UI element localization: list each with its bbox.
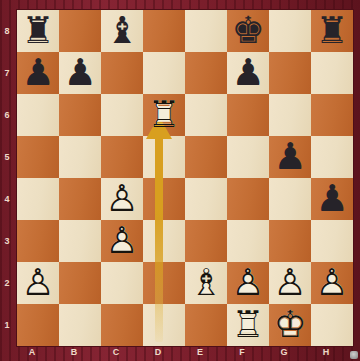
rook-glyph: ♜ — [17, 10, 59, 52]
square-b7[interactable]: ♟ — [59, 52, 101, 94]
file-label-e: E — [179, 346, 221, 359]
square-b1[interactable] — [59, 304, 101, 346]
square-h7[interactable] — [311, 52, 353, 94]
pawn-glyph: ♟ — [227, 52, 269, 94]
white-king-g1[interactable]: ♚♔ — [269, 304, 311, 346]
square-d5[interactable] — [143, 136, 185, 178]
square-f8[interactable]: ♚ — [227, 10, 269, 52]
square-e6[interactable] — [185, 94, 227, 136]
pawn-glyph: ♙ — [227, 262, 269, 304]
black-pawn-h4[interactable]: ♟ — [311, 178, 353, 220]
pawn-glyph: ♟ — [269, 136, 311, 178]
square-a7[interactable]: ♟ — [17, 52, 59, 94]
rook-glyph: ♜ — [311, 10, 353, 52]
square-h8[interactable]: ♜ — [311, 10, 353, 52]
square-c5[interactable] — [101, 136, 143, 178]
square-c1[interactable] — [101, 304, 143, 346]
bishop-glyph: ♗ — [185, 262, 227, 304]
square-f2[interactable]: ♟♙ — [227, 262, 269, 304]
square-e3[interactable] — [185, 220, 227, 262]
rank-label-8: 8 — [0, 10, 14, 52]
rank-label-2: 2 — [0, 262, 14, 304]
black-rook-a8[interactable]: ♜ — [17, 10, 59, 52]
black-pawn-g5[interactable]: ♟ — [269, 136, 311, 178]
square-a1[interactable] — [17, 304, 59, 346]
chess-diagram: ♜♝♚♜♟♟♟♜♖♟♟♙♟♟♙♟♙♝♗♟♙♟♙♟♙♜♖♚♔ 87654321 A… — [0, 0, 360, 361]
white-rook-f1[interactable]: ♜♖ — [227, 304, 269, 346]
square-e7[interactable] — [185, 52, 227, 94]
file-labels: ABCDEFGH — [17, 346, 353, 361]
square-a6[interactable] — [17, 94, 59, 136]
black-king-f8[interactable]: ♚ — [227, 10, 269, 52]
square-g3[interactable] — [269, 220, 311, 262]
square-d6[interactable]: ♜♖ — [143, 94, 185, 136]
square-c8[interactable]: ♝ — [101, 10, 143, 52]
square-c2[interactable] — [101, 262, 143, 304]
watermark-badge — [350, 351, 358, 359]
pawn-glyph: ♙ — [17, 262, 59, 304]
square-a5[interactable] — [17, 136, 59, 178]
file-label-a: A — [11, 346, 53, 359]
square-h1[interactable] — [311, 304, 353, 346]
square-f3[interactable] — [227, 220, 269, 262]
square-h6[interactable] — [311, 94, 353, 136]
pawn-glyph: ♟ — [311, 178, 353, 220]
square-f1[interactable]: ♜♖ — [227, 304, 269, 346]
square-a2[interactable]: ♟♙ — [17, 262, 59, 304]
white-pawn-h2[interactable]: ♟♙ — [311, 262, 353, 304]
pawn-glyph: ♙ — [311, 262, 353, 304]
white-pawn-c4[interactable]: ♟♙ — [101, 178, 143, 220]
square-f7[interactable]: ♟ — [227, 52, 269, 94]
rank-label-6: 6 — [0, 94, 14, 136]
black-pawn-f7[interactable]: ♟ — [227, 52, 269, 94]
square-g1[interactable]: ♚♔ — [269, 304, 311, 346]
square-g8[interactable] — [269, 10, 311, 52]
square-d2[interactable] — [143, 262, 185, 304]
rook-glyph: ♖ — [143, 94, 185, 136]
black-rook-h8[interactable]: ♜ — [311, 10, 353, 52]
square-h5[interactable] — [311, 136, 353, 178]
white-pawn-g2[interactable]: ♟♙ — [269, 262, 311, 304]
pawn-glyph: ♙ — [101, 178, 143, 220]
pawn-glyph: ♙ — [101, 220, 143, 262]
white-pawn-f2[interactable]: ♟♙ — [227, 262, 269, 304]
rank-label-5: 5 — [0, 136, 14, 178]
square-b2[interactable] — [59, 262, 101, 304]
black-pawn-b7[interactable]: ♟ — [59, 52, 101, 94]
square-e2[interactable]: ♝♗ — [185, 262, 227, 304]
move-arrow-shaft — [155, 136, 163, 342]
square-d3[interactable] — [143, 220, 185, 262]
rank-label-7: 7 — [0, 52, 14, 94]
file-label-c: C — [95, 346, 137, 359]
square-h3[interactable] — [311, 220, 353, 262]
square-a4[interactable] — [17, 178, 59, 220]
square-g5[interactable]: ♟ — [269, 136, 311, 178]
king-glyph: ♔ — [269, 304, 311, 346]
square-d1[interactable] — [143, 304, 185, 346]
square-f6[interactable] — [227, 94, 269, 136]
square-e1[interactable] — [185, 304, 227, 346]
square-e4[interactable] — [185, 178, 227, 220]
square-h4[interactable]: ♟ — [311, 178, 353, 220]
square-e5[interactable] — [185, 136, 227, 178]
white-pawn-c3[interactable]: ♟♙ — [101, 220, 143, 262]
square-c3[interactable]: ♟♙ — [101, 220, 143, 262]
white-bishop-e2[interactable]: ♝♗ — [185, 262, 227, 304]
rank-labels: 87654321 — [0, 10, 14, 346]
square-g4[interactable] — [269, 178, 311, 220]
square-g6[interactable] — [269, 94, 311, 136]
black-pawn-a7[interactable]: ♟ — [17, 52, 59, 94]
square-b5[interactable] — [59, 136, 101, 178]
file-label-g: G — [263, 346, 305, 359]
white-rook-d6[interactable]: ♜♖ — [143, 94, 185, 136]
square-c4[interactable]: ♟♙ — [101, 178, 143, 220]
square-b4[interactable] — [59, 178, 101, 220]
square-b6[interactable] — [59, 94, 101, 136]
square-d8[interactable] — [143, 10, 185, 52]
square-h2[interactable]: ♟♙ — [311, 262, 353, 304]
rank-label-1: 1 — [0, 304, 14, 346]
square-f5[interactable] — [227, 136, 269, 178]
king-glyph: ♚ — [227, 10, 269, 52]
square-a8[interactable]: ♜ — [17, 10, 59, 52]
pawn-glyph: ♟ — [17, 52, 59, 94]
square-d4[interactable] — [143, 178, 185, 220]
chess-board: ♜♝♚♜♟♟♟♜♖♟♟♙♟♟♙♟♙♝♗♟♙♟♙♟♙♜♖♚♔ — [17, 10, 353, 346]
pawn-glyph: ♟ — [59, 52, 101, 94]
square-c6[interactable] — [101, 94, 143, 136]
pawn-glyph: ♙ — [269, 262, 311, 304]
rank-label-4: 4 — [0, 178, 14, 220]
square-f4[interactable] — [227, 178, 269, 220]
square-e8[interactable] — [185, 10, 227, 52]
square-b3[interactable] — [59, 220, 101, 262]
square-g2[interactable]: ♟♙ — [269, 262, 311, 304]
file-label-d: D — [137, 346, 179, 359]
square-d7[interactable] — [143, 52, 185, 94]
file-label-b: B — [53, 346, 95, 359]
square-a3[interactable] — [17, 220, 59, 262]
black-bishop-c8[interactable]: ♝ — [101, 10, 143, 52]
square-b8[interactable] — [59, 10, 101, 52]
bishop-glyph: ♝ — [101, 10, 143, 52]
file-label-f: F — [221, 346, 263, 359]
rook-glyph: ♖ — [227, 304, 269, 346]
square-g7[interactable] — [269, 52, 311, 94]
file-label-h: H — [305, 346, 347, 359]
square-c7[interactable] — [101, 52, 143, 94]
white-pawn-a2[interactable]: ♟♙ — [17, 262, 59, 304]
rank-label-3: 3 — [0, 220, 14, 262]
